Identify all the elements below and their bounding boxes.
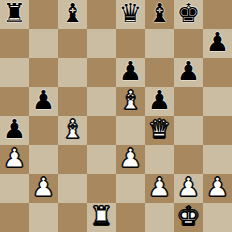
square-c4[interactable]: ♝	[58, 116, 87, 145]
square-f6[interactable]	[145, 58, 174, 87]
black-pawn-piece[interactable]: ♟	[206, 29, 229, 57]
square-g1[interactable]: ♚	[174, 203, 203, 232]
square-h4[interactable]	[203, 116, 232, 145]
square-h8[interactable]	[203, 0, 232, 29]
square-g6[interactable]: ♟	[174, 58, 203, 87]
square-b5[interactable]: ♟	[29, 87, 58, 116]
black-pawn-piece[interactable]: ♟	[177, 58, 200, 86]
square-g3[interactable]	[174, 145, 203, 174]
white-pawn-piece[interactable]: ♟	[3, 145, 26, 173]
square-b7[interactable]	[29, 29, 58, 58]
square-d4[interactable]	[87, 116, 116, 145]
square-h6[interactable]	[203, 58, 232, 87]
square-f7[interactable]	[145, 29, 174, 58]
square-a3[interactable]: ♟	[0, 145, 29, 174]
square-c5[interactable]	[58, 87, 87, 116]
square-a7[interactable]	[0, 29, 29, 58]
square-a5[interactable]	[0, 87, 29, 116]
square-h7[interactable]: ♟	[203, 29, 232, 58]
black-queen-piece[interactable]: ♛	[119, 0, 142, 28]
square-g8[interactable]: ♚	[174, 0, 203, 29]
black-rook-piece[interactable]: ♜	[3, 0, 26, 28]
square-d6[interactable]	[87, 58, 116, 87]
black-pawn-piece[interactable]: ♟	[148, 87, 171, 115]
square-g5[interactable]	[174, 87, 203, 116]
white-queen-piece[interactable]: ♛	[148, 116, 171, 144]
square-g2[interactable]: ♟	[174, 174, 203, 203]
square-e4[interactable]	[116, 116, 145, 145]
square-f1[interactable]	[145, 203, 174, 232]
square-a4[interactable]: ♟	[0, 116, 29, 145]
square-e6[interactable]: ♟	[116, 58, 145, 87]
square-d8[interactable]	[87, 0, 116, 29]
white-pawn-piece[interactable]: ♟	[177, 174, 200, 202]
square-d3[interactable]	[87, 145, 116, 174]
square-b3[interactable]	[29, 145, 58, 174]
white-pawn-piece[interactable]: ♟	[32, 174, 55, 202]
square-f3[interactable]	[145, 145, 174, 174]
square-c7[interactable]	[58, 29, 87, 58]
square-h1[interactable]	[203, 203, 232, 232]
chess-board: ♜♝♛♝♚♟♟♟♟♝♟♟♝♛♟♟♟♟♟♟♜♚	[0, 0, 232, 232]
square-e5[interactable]: ♝	[116, 87, 145, 116]
square-a1[interactable]	[0, 203, 29, 232]
square-a2[interactable]	[0, 174, 29, 203]
square-f5[interactable]: ♟	[145, 87, 174, 116]
square-f8[interactable]: ♝	[145, 0, 174, 29]
black-pawn-piece[interactable]: ♟	[119, 58, 142, 86]
black-pawn-piece[interactable]: ♟	[32, 87, 55, 115]
black-bishop-piece[interactable]: ♝	[61, 0, 84, 28]
white-pawn-piece[interactable]: ♟	[119, 145, 142, 173]
square-b6[interactable]	[29, 58, 58, 87]
square-e8[interactable]: ♛	[116, 0, 145, 29]
white-pawn-piece[interactable]: ♟	[206, 174, 229, 202]
square-c1[interactable]	[58, 203, 87, 232]
white-bishop-piece[interactable]: ♝	[61, 116, 84, 144]
black-bishop-piece[interactable]: ♝	[148, 0, 171, 28]
square-b2[interactable]: ♟	[29, 174, 58, 203]
square-d1[interactable]: ♜	[87, 203, 116, 232]
square-d7[interactable]	[87, 29, 116, 58]
square-f2[interactable]: ♟	[145, 174, 174, 203]
square-c6[interactable]	[58, 58, 87, 87]
square-e3[interactable]: ♟	[116, 145, 145, 174]
square-b4[interactable]	[29, 116, 58, 145]
square-h3[interactable]	[203, 145, 232, 174]
square-h5[interactable]	[203, 87, 232, 116]
square-f4[interactable]: ♛	[145, 116, 174, 145]
white-bishop-piece[interactable]: ♝	[119, 87, 142, 115]
white-pawn-piece[interactable]: ♟	[148, 174, 171, 202]
square-g4[interactable]	[174, 116, 203, 145]
white-king-piece[interactable]: ♚	[177, 203, 200, 231]
square-a8[interactable]: ♜	[0, 0, 29, 29]
square-c2[interactable]	[58, 174, 87, 203]
square-d5[interactable]	[87, 87, 116, 116]
square-g7[interactable]	[174, 29, 203, 58]
square-a6[interactable]	[0, 58, 29, 87]
square-e2[interactable]	[116, 174, 145, 203]
black-king-piece[interactable]: ♚	[177, 0, 200, 28]
square-c8[interactable]: ♝	[58, 0, 87, 29]
white-rook-piece[interactable]: ♜	[90, 203, 113, 231]
black-pawn-piece[interactable]: ♟	[3, 116, 26, 144]
square-b8[interactable]	[29, 0, 58, 29]
square-b1[interactable]	[29, 203, 58, 232]
square-e7[interactable]	[116, 29, 145, 58]
square-d2[interactable]	[87, 174, 116, 203]
square-e1[interactable]	[116, 203, 145, 232]
square-c3[interactable]	[58, 145, 87, 174]
square-h2[interactable]: ♟	[203, 174, 232, 203]
